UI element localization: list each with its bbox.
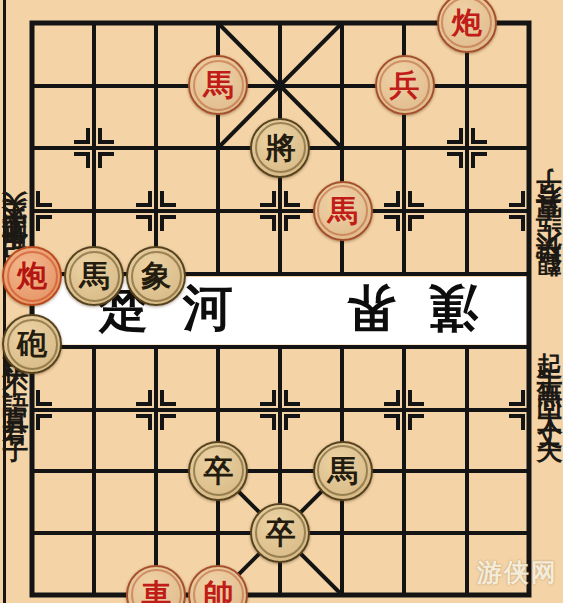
piece-glyph: 馬 <box>328 456 358 486</box>
piece-red-general[interactable]: 帥 <box>188 565 248 603</box>
watermark: 游侠网 <box>477 556 558 589</box>
piece-black-horse[interactable]: 馬 <box>64 246 124 306</box>
piece-glyph: 馬 <box>328 196 358 226</box>
piece-glyph: 卒 <box>265 518 295 548</box>
piece-glyph: 帥 <box>203 580 233 603</box>
board-grid[interactable]: 炮馬兵將馬炮馬象砲卒馬卒車帥 <box>1 0 560 603</box>
piece-black-soldier[interactable]: 卒 <box>188 441 248 501</box>
piece-red-pawn[interactable]: 兵 <box>375 55 435 115</box>
piece-red-cannon[interactable]: 炮 <box>437 0 497 53</box>
piece-red-horse[interactable]: 馬 <box>313 181 373 241</box>
piece-black-cannon[interactable]: 砲 <box>2 314 62 374</box>
piece-glyph: 兵 <box>390 70 420 100</box>
piece-red-chariot[interactable]: 車 <box>126 565 186 603</box>
piece-black-general[interactable]: 將 <box>250 118 310 178</box>
piece-red-horse[interactable]: 馬 <box>188 55 248 115</box>
piece-glyph: 炮 <box>17 261 47 291</box>
piece-black-horse[interactable]: 馬 <box>313 441 373 501</box>
piece-black-elephant[interactable]: 象 <box>126 246 186 306</box>
piece-glyph: 車 <box>141 580 171 603</box>
piece-glyph: 馬 <box>79 261 109 291</box>
piece-glyph: 馬 <box>203 70 233 100</box>
piece-glyph: 象 <box>141 261 171 291</box>
piece-glyph: 將 <box>265 133 295 163</box>
piece-glyph: 炮 <box>452 8 482 38</box>
piece-glyph: 砲 <box>17 329 47 359</box>
piece-glyph: 卒 <box>203 456 233 486</box>
piece-black-soldier[interactable]: 卒 <box>250 503 310 563</box>
piece-red-cannon[interactable]: 炮 <box>2 246 62 306</box>
xiangqi-screenshot: 楚 河 漢 界 起手無回大丈夫 觀棋不語真君子 觀棋不語真君子 起手無回大丈夫 … <box>0 0 563 603</box>
